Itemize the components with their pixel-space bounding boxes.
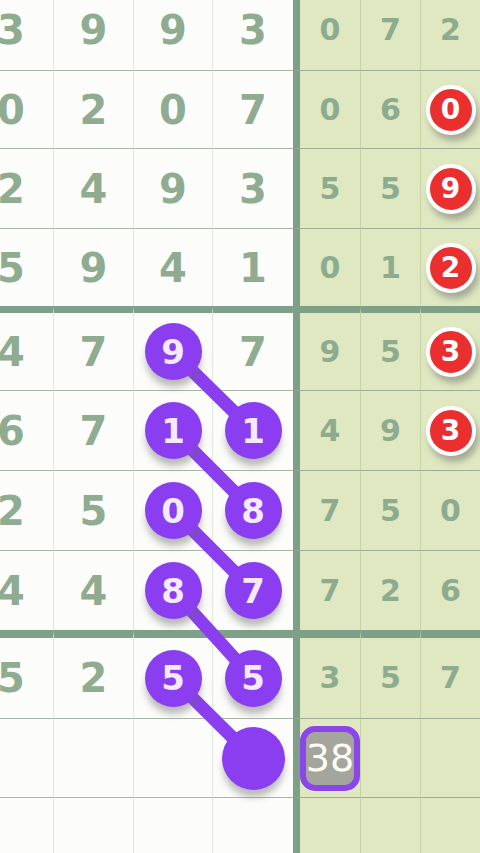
digit: 9 xyxy=(80,248,108,288)
selected-digit-purple[interactable]: 0 xyxy=(145,482,202,539)
cell-r2c7: 0 xyxy=(420,70,480,148)
digit: 4 xyxy=(80,169,108,209)
cell-r8c4: 7 xyxy=(212,550,293,630)
digit: 4 xyxy=(159,248,187,288)
digit: 1 xyxy=(239,248,267,288)
digit: 2 xyxy=(380,576,401,606)
cell-r9c6: 5 xyxy=(360,630,420,718)
cell-r3c5: 5 xyxy=(293,148,360,228)
digit: 2 xyxy=(0,491,25,531)
digit: 7 xyxy=(80,332,108,372)
digit: 5 xyxy=(380,337,401,367)
cell-r6c3: 1 xyxy=(133,390,212,470)
digit: 0 xyxy=(320,253,341,283)
digit: 6 xyxy=(380,95,401,125)
result-digit-red: 2 xyxy=(426,243,476,293)
digit: 7 xyxy=(80,411,108,451)
digit: 7 xyxy=(239,90,267,130)
cell-r9c2: 2 xyxy=(53,630,133,718)
digit: 9 xyxy=(159,10,187,50)
cell-r2c3: 0 xyxy=(133,70,212,148)
digit: 4 xyxy=(80,571,108,611)
digit: 0 xyxy=(440,496,461,526)
cell-r9c5: 3 xyxy=(293,630,360,718)
digit: 2 xyxy=(80,90,108,130)
cell-r9c7: 7 xyxy=(420,630,480,718)
digit: 4 xyxy=(320,416,341,446)
cell-r6c5: 4 xyxy=(293,390,360,470)
cell-r1c1: 3 xyxy=(0,0,53,70)
digit: 5 xyxy=(380,496,401,526)
cell-r1c7: 2 xyxy=(420,0,480,70)
selected-digit-purple[interactable]: 1 xyxy=(145,402,202,459)
result-digit-red: 3 xyxy=(426,406,476,456)
digit: 5 xyxy=(0,248,25,288)
cell-r4c3: 4 xyxy=(133,228,212,307)
cell-r8c6: 2 xyxy=(360,550,420,630)
cell-r10c3 xyxy=(133,718,212,797)
cell-r6c4: 1 xyxy=(212,390,293,470)
cell-r3c1: 2 xyxy=(0,148,53,228)
digit: 9 xyxy=(159,169,187,209)
cell-r10c2 xyxy=(53,718,133,797)
digit: 4 xyxy=(0,571,25,611)
digit: 3 xyxy=(239,169,267,209)
cell-r8c3: 8 xyxy=(133,550,212,630)
cell-r4c6: 1 xyxy=(360,228,420,307)
cell-r10c4 xyxy=(212,718,293,797)
digit: 6 xyxy=(440,576,461,606)
cell-r2c4: 7 xyxy=(212,70,293,148)
cell-r2c2: 2 xyxy=(53,70,133,148)
cell-r7c5: 7 xyxy=(293,470,360,550)
cell-r6c1: 6 xyxy=(0,390,53,470)
cell-r11c4 xyxy=(212,797,293,853)
cell-r5c3: 9 xyxy=(133,307,212,390)
cell-r11c2 xyxy=(53,797,133,853)
cell-r7c3: 0 xyxy=(133,470,212,550)
cell-r3c2: 4 xyxy=(53,148,133,228)
digit: 7 xyxy=(320,576,341,606)
cell-r4c2: 9 xyxy=(53,228,133,307)
digit: 7 xyxy=(380,15,401,45)
cell-r7c1: 2 xyxy=(0,470,53,550)
cell-r3c6: 5 xyxy=(360,148,420,228)
cell-r8c2: 4 xyxy=(53,550,133,630)
cell-r8c5: 7 xyxy=(293,550,360,630)
cell-r2c5: 0 xyxy=(293,70,360,148)
digit: 7 xyxy=(440,663,461,693)
cell-r7c7: 0 xyxy=(420,470,480,550)
cell-r10c1 xyxy=(0,718,53,797)
cell-r10c5: 38 xyxy=(293,718,360,797)
selected-digit-purple[interactable]: 9 xyxy=(145,323,202,380)
result-digit-red: 9 xyxy=(426,164,476,214)
digit: 0 xyxy=(159,90,187,130)
digit: 5 xyxy=(0,658,25,698)
cell-r5c2: 7 xyxy=(53,307,133,390)
digit: 9 xyxy=(80,10,108,50)
cell-r4c5: 0 xyxy=(293,228,360,307)
digit: 3 xyxy=(239,10,267,50)
digit: 5 xyxy=(380,663,401,693)
cell-r2c1: 0 xyxy=(0,70,53,148)
sum-counter-box: 38 xyxy=(300,726,360,791)
cell-r9c3: 5 xyxy=(133,630,212,718)
cell-r3c3: 9 xyxy=(133,148,212,228)
digit: 1 xyxy=(380,253,401,283)
cell-r10c7 xyxy=(420,718,480,797)
digit: 0 xyxy=(320,15,341,45)
cell-r5c7: 3 xyxy=(420,307,480,390)
cell-r9c1: 5 xyxy=(0,630,53,718)
result-digit-red: 3 xyxy=(426,327,476,377)
digit: 7 xyxy=(239,332,267,372)
digit: 7 xyxy=(320,496,341,526)
digit: 5 xyxy=(380,174,401,204)
cell-r5c4: 7 xyxy=(212,307,293,390)
digit: 0 xyxy=(0,90,25,130)
cell-r3c7: 9 xyxy=(420,148,480,228)
cell-r11c6 xyxy=(360,797,420,853)
digit: 3 xyxy=(0,10,25,50)
digit: 0 xyxy=(320,95,341,125)
cell-r2c6: 6 xyxy=(360,70,420,148)
cell-r1c5: 0 xyxy=(293,0,360,70)
cell-r3c4: 3 xyxy=(212,148,293,228)
digit: 4 xyxy=(0,332,25,372)
cell-r5c1: 4 xyxy=(0,307,53,390)
cell-r7c2: 5 xyxy=(53,470,133,550)
digit: 2 xyxy=(0,169,25,209)
selected-digit-purple[interactable]: 5 xyxy=(145,650,202,707)
selected-digit-purple[interactable]: 8 xyxy=(225,482,282,539)
digit: 6 xyxy=(0,411,25,451)
cell-r11c5 xyxy=(293,797,360,853)
cell-r8c7: 6 xyxy=(420,550,480,630)
cell-r4c7: 2 xyxy=(420,228,480,307)
cell-r11c1 xyxy=(0,797,53,853)
selected-digit-purple[interactable]: 1 xyxy=(225,402,282,459)
digit: 2 xyxy=(440,15,461,45)
cell-r1c3: 9 xyxy=(133,0,212,70)
cell-r4c1: 5 xyxy=(0,228,53,307)
selected-digit-purple[interactable]: 8 xyxy=(145,562,202,619)
cell-r6c6: 9 xyxy=(360,390,420,470)
cell-r1c4: 3 xyxy=(212,0,293,70)
cell-r7c6: 5 xyxy=(360,470,420,550)
selected-digit-purple[interactable]: 7 xyxy=(225,562,282,619)
cell-r7c4: 8 xyxy=(212,470,293,550)
digit: 9 xyxy=(380,416,401,446)
cell-r11c7 xyxy=(420,797,480,853)
cell-r6c2: 7 xyxy=(53,390,133,470)
selected-digit-purple[interactable]: 5 xyxy=(225,650,282,707)
cell-r5c5: 9 xyxy=(293,307,360,390)
cell-r11c3 xyxy=(133,797,212,853)
digit: 3 xyxy=(320,663,341,693)
cell-r1c2: 9 xyxy=(53,0,133,70)
number-grid: 3993072020706024935595941012479795367114… xyxy=(0,0,480,853)
cell-r8c1: 4 xyxy=(0,550,53,630)
cell-r6c7: 3 xyxy=(420,390,480,470)
digit: 5 xyxy=(80,491,108,531)
digit: 5 xyxy=(320,174,341,204)
cell-r9c4: 5 xyxy=(212,630,293,718)
lottery-chart-screen: 3993072020706024935595941012479795367114… xyxy=(0,0,480,853)
cell-r5c6: 5 xyxy=(360,307,420,390)
cell-r4c4: 1 xyxy=(212,228,293,307)
result-digit-red: 0 xyxy=(426,85,476,135)
digit: 9 xyxy=(320,337,341,367)
digit: 2 xyxy=(80,658,108,698)
path-end-dot[interactable] xyxy=(222,727,285,790)
cell-r1c6: 7 xyxy=(360,0,420,70)
cell-r10c6 xyxy=(360,718,420,797)
